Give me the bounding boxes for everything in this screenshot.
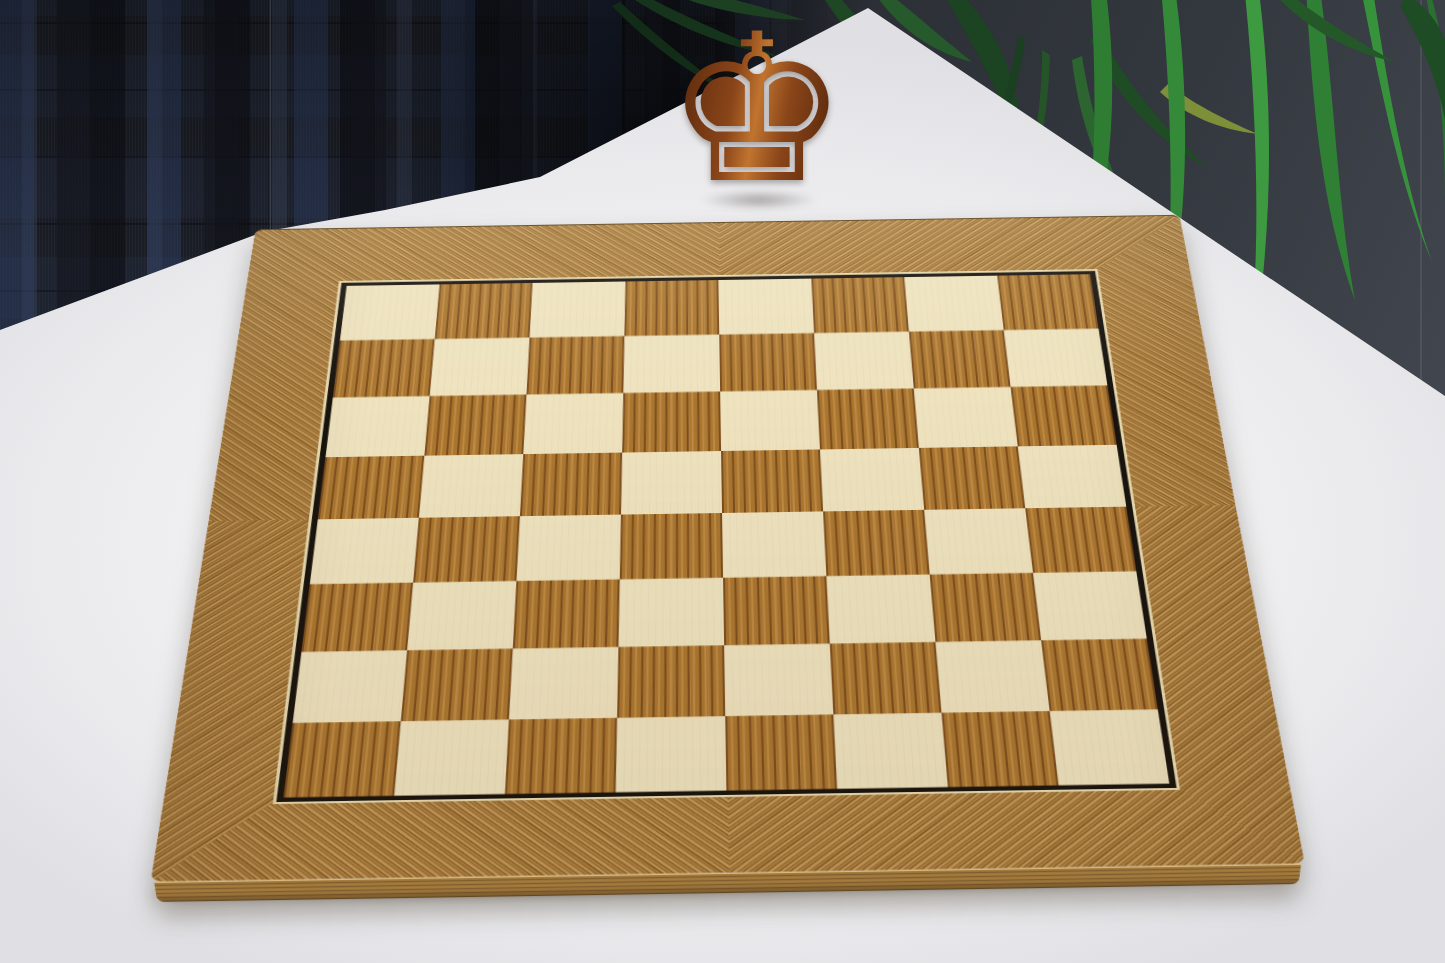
square-a6[interactable]	[325, 396, 429, 457]
square-a4[interactable]	[310, 518, 419, 584]
square-g2[interactable]	[935, 640, 1049, 712]
square-a1[interactable]	[283, 721, 400, 797]
square-h7[interactable]	[1004, 329, 1108, 387]
square-e7[interactable]	[719, 333, 817, 391]
square-d4[interactable]	[620, 513, 723, 579]
square-e6[interactable]	[720, 390, 820, 451]
square-h1[interactable]	[1050, 709, 1170, 785]
square-a8[interactable]	[340, 284, 440, 340]
square-g4[interactable]	[924, 508, 1033, 574]
square-g8[interactable]	[904, 275, 1004, 331]
square-d3[interactable]	[618, 578, 724, 647]
palm-leaf	[1400, 0, 1445, 120]
square-b5[interactable]	[419, 454, 523, 518]
square-d5[interactable]	[621, 451, 722, 515]
square-e5[interactable]	[721, 449, 823, 513]
square-h2[interactable]	[1041, 639, 1158, 711]
square-h3[interactable]	[1033, 571, 1147, 640]
board-3d	[151, 215, 1305, 882]
square-d6[interactable]	[622, 391, 721, 452]
square-h4[interactable]	[1025, 507, 1136, 573]
square-f8[interactable]	[811, 277, 909, 333]
square-b2[interactable]	[401, 649, 513, 722]
square-d1[interactable]	[616, 716, 727, 792]
square-b6[interactable]	[424, 395, 526, 456]
square-h5[interactable]	[1018, 445, 1127, 508]
board-grid	[276, 271, 1176, 802]
square-a3[interactable]	[301, 583, 413, 652]
square-c3[interactable]	[513, 579, 620, 648]
square-b3[interactable]	[407, 581, 516, 650]
square-a2[interactable]	[293, 650, 407, 723]
square-b8[interactable]	[435, 283, 533, 339]
photo-stage: ♚	[0, 0, 1445, 963]
square-d8[interactable]	[624, 280, 719, 336]
square-c2[interactable]	[509, 647, 619, 720]
square-f3[interactable]	[826, 574, 935, 643]
square-c1[interactable]	[505, 718, 617, 794]
square-e2[interactable]	[724, 644, 833, 717]
square-h8[interactable]	[997, 274, 1098, 330]
square-b1[interactable]	[394, 720, 509, 796]
square-g3[interactable]	[930, 573, 1041, 642]
square-g6[interactable]	[914, 387, 1018, 448]
square-f4[interactable]	[823, 510, 930, 576]
square-c5[interactable]	[520, 452, 622, 516]
square-c6[interactable]	[523, 393, 623, 454]
square-b7[interactable]	[430, 338, 530, 397]
square-g7[interactable]	[909, 330, 1011, 388]
square-g5[interactable]	[919, 446, 1025, 509]
square-f6[interactable]	[817, 388, 919, 449]
square-c7[interactable]	[526, 336, 624, 395]
square-a5[interactable]	[318, 456, 425, 520]
square-c4[interactable]	[516, 514, 621, 580]
square-f7[interactable]	[814, 332, 914, 390]
square-d7[interactable]	[623, 335, 720, 393]
square-f2[interactable]	[830, 642, 942, 715]
square-d2[interactable]	[617, 645, 725, 718]
square-e3[interactable]	[723, 576, 830, 645]
square-e1[interactable]	[725, 715, 837, 791]
chess-piece-king[interactable]: ♚	[665, 7, 849, 212]
square-a7[interactable]	[333, 339, 435, 398]
square-h6[interactable]	[1011, 385, 1117, 446]
square-c8[interactable]	[530, 281, 626, 337]
square-e4[interactable]	[722, 511, 826, 577]
square-e8[interactable]	[718, 278, 814, 334]
square-f1[interactable]	[833, 713, 947, 789]
square-f5[interactable]	[820, 448, 924, 512]
square-b4[interactable]	[413, 516, 520, 582]
square-g1[interactable]	[942, 711, 1059, 787]
